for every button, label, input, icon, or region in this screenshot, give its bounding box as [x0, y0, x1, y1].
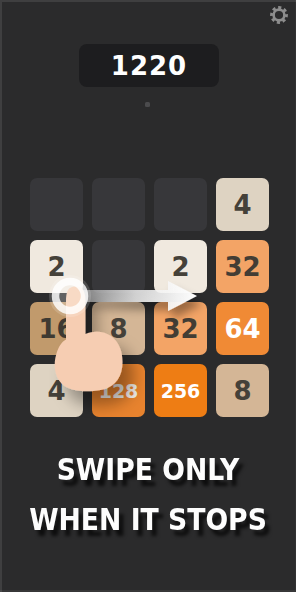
page-indicator-dot — [145, 102, 150, 107]
tile-4: 4 — [216, 178, 269, 231]
board-grid[interactable]: 42232168326441282568 — [30, 178, 269, 417]
tutorial-line-1: SWIPE ONLY — [21, 444, 276, 494]
score-value: 1220 — [111, 51, 187, 81]
empty-cell — [92, 178, 145, 231]
score-box: 1220 — [79, 44, 219, 87]
tile-256: 256 — [154, 364, 207, 417]
tile-8: 8 — [216, 364, 269, 417]
tile-4: 4 — [30, 364, 83, 417]
tile-32: 32 — [154, 302, 207, 355]
tutorial-line-2: WHEN IT STOPS — [21, 494, 276, 544]
gear-icon — [272, 8, 286, 22]
tile-32: 32 — [216, 240, 269, 293]
tile-8: 8 — [92, 302, 145, 355]
tile-64: 64 — [216, 302, 269, 355]
tutorial-caption: SWIPE ONLY WHEN IT STOPS — [0, 444, 296, 544]
settings-button[interactable] — [269, 5, 289, 25]
empty-cell — [92, 240, 145, 293]
tile-2: 2 — [154, 240, 207, 293]
empty-cell — [30, 178, 83, 231]
tile-128: 128 — [92, 364, 145, 417]
tile-16: 16 — [30, 302, 83, 355]
empty-cell — [154, 178, 207, 231]
tile-2: 2 — [30, 240, 83, 293]
